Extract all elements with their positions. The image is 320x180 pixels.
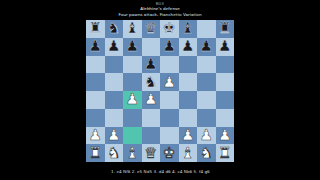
square-e4[interactable] [160,91,179,109]
piece-black-king: ♚ [163,20,176,37]
square-d2[interactable] [142,127,161,145]
piece-black-pawn: ♟ [218,38,231,55]
piece-white-queen: ♛ [144,145,157,162]
square-c4[interactable]: ♟ [123,91,142,109]
square-a3[interactable] [86,109,105,127]
piece-black-pawn: ♟ [107,38,120,55]
square-e8[interactable]: ♚ [160,20,179,38]
square-c8[interactable]: ♝ [123,20,142,38]
square-e3[interactable] [160,109,179,127]
square-c6[interactable] [123,56,142,74]
square-e2[interactable] [160,127,179,145]
square-d4[interactable]: ♟ [142,91,161,109]
square-e5[interactable]: ♟ [160,73,179,91]
square-b4[interactable] [105,91,124,109]
video-frame: B03 Alekhine's defense Four pawns attack… [86,0,234,180]
square-h8[interactable]: ♜ [216,20,235,38]
square-c2[interactable] [123,127,142,145]
square-f8[interactable]: ♝ [179,20,198,38]
square-b1[interactable]: ♞ [105,144,124,162]
piece-white-rook: ♜ [218,145,231,162]
square-g2[interactable]: ♟ [197,127,216,145]
piece-white-pawn: ♟ [200,127,213,144]
square-h1[interactable]: ♜ [216,144,235,162]
square-f5[interactable] [179,73,198,91]
square-f3[interactable] [179,109,198,127]
square-g3[interactable] [197,109,216,127]
square-g1[interactable]: ♞ [197,144,216,162]
square-f2[interactable]: ♟ [179,127,198,145]
square-b3[interactable] [105,109,124,127]
square-a6[interactable] [86,56,105,74]
square-a7[interactable]: ♟ [86,38,105,56]
square-d7[interactable] [142,38,161,56]
square-g8[interactable] [197,20,216,38]
square-f1[interactable]: ♝ [179,144,198,162]
square-c1[interactable]: ♝ [123,144,142,162]
square-g4[interactable] [197,91,216,109]
square-f6[interactable] [179,56,198,74]
square-b5[interactable] [105,73,124,91]
square-b6[interactable] [105,56,124,74]
square-h4[interactable] [216,91,235,109]
piece-black-pawn: ♟ [144,56,157,73]
piece-black-pawn: ♟ [126,38,139,55]
square-d6[interactable]: ♟ [142,56,161,74]
square-h6[interactable] [216,56,235,74]
piece-black-pawn: ♟ [200,38,213,55]
square-e6[interactable] [160,56,179,74]
piece-white-king: ♚ [163,145,176,162]
piece-black-queen: ♛ [144,20,157,37]
square-a2[interactable]: ♟ [86,127,105,145]
move-list-text: 1. e4 Nf6 2. e5 Nd5 3. d4 d6 4. c4 Nb6 5… [43,166,278,177]
piece-white-knight: ♞ [200,145,213,162]
square-d3[interactable] [142,109,161,127]
piece-white-pawn: ♟ [126,91,139,108]
square-c3[interactable] [123,109,142,127]
piece-black-knight: ♞ [107,20,120,37]
piece-black-pawn: ♟ [181,38,194,55]
square-h5[interactable] [216,73,235,91]
square-e1[interactable]: ♚ [160,144,179,162]
square-b8[interactable]: ♞ [105,20,124,38]
square-a5[interactable] [86,73,105,91]
square-d5[interactable]: ♞ [142,73,161,91]
piece-white-knight: ♞ [107,145,120,162]
chess-board[interactable]: ♜♞♝♛♚♝♜♟♟♟♟♟♟♟♟♞♟♟♟♟♟♟♟♟♜♞♝♛♚♝♞♜ [86,20,234,162]
square-a1[interactable]: ♜ [86,144,105,162]
opening-header: B03 Alekhine's defense Four pawns attack… [86,0,234,20]
square-c5[interactable] [123,73,142,91]
square-g7[interactable]: ♟ [197,38,216,56]
piece-white-pawn: ♟ [144,91,157,108]
square-c7[interactable]: ♟ [123,38,142,56]
square-h2[interactable]: ♟ [216,127,235,145]
square-a4[interactable] [86,91,105,109]
square-f4[interactable] [179,91,198,109]
square-f7[interactable]: ♟ [179,38,198,56]
move-list-caption: 1. e4 Nf6 2. e5 Nd5 3. d4 d6 4. c4 Nb6 5… [86,162,234,180]
square-b7[interactable]: ♟ [105,38,124,56]
piece-white-bishop: ♝ [181,145,194,162]
variation-name: Four pawns attack, Fianchetto Variation [61,12,259,20]
piece-black-rook: ♜ [218,20,231,37]
piece-white-pawn: ♟ [218,127,231,144]
piece-black-bishop: ♝ [126,20,139,37]
piece-white-pawn: ♟ [107,127,120,144]
square-g5[interactable] [197,73,216,91]
square-e7[interactable]: ♟ [160,38,179,56]
piece-black-pawn: ♟ [163,38,176,55]
piece-black-knight: ♞ [144,74,157,91]
piece-white-pawn: ♟ [89,127,102,144]
square-h3[interactable] [216,109,235,127]
square-a8[interactable]: ♜ [86,20,105,38]
square-b2[interactable]: ♟ [105,127,124,145]
piece-white-pawn: ♟ [181,127,194,144]
piece-black-bishop: ♝ [181,20,194,37]
piece-black-rook: ♜ [89,20,102,37]
square-d1[interactable]: ♛ [142,144,161,162]
piece-black-pawn: ♟ [89,38,102,55]
square-g6[interactable] [197,56,216,74]
piece-white-pawn: ♟ [163,74,176,91]
square-d8[interactable]: ♛ [142,20,161,38]
square-h7[interactable]: ♟ [216,38,235,56]
piece-white-bishop: ♝ [126,145,139,162]
piece-white-rook: ♜ [89,145,102,162]
